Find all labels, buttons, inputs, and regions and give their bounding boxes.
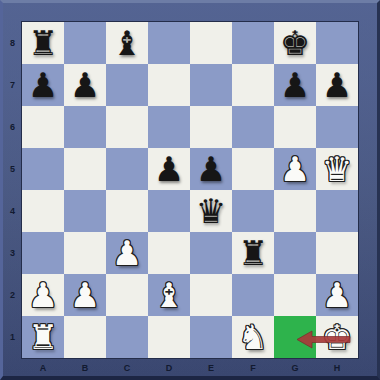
- piece-white-pawn[interactable]: ♟: [28, 274, 58, 316]
- rank-labels: 87654321: [3, 22, 22, 358]
- square-e1[interactable]: [190, 316, 232, 358]
- square-h7[interactable]: ♟: [316, 64, 358, 106]
- square-b2[interactable]: ♟: [64, 274, 106, 316]
- square-d4[interactable]: [148, 190, 190, 232]
- square-h8[interactable]: [316, 22, 358, 64]
- piece-white-pawn[interactable]: ♟: [280, 148, 310, 190]
- rank-label-4: 4: [3, 190, 22, 232]
- piece-black-pawn[interactable]: ♟: [280, 64, 310, 106]
- rank-label-8: 8: [3, 22, 22, 64]
- square-h1[interactable]: ♚: [316, 316, 358, 358]
- square-d3[interactable]: [148, 232, 190, 274]
- square-g7[interactable]: ♟: [274, 64, 316, 106]
- square-d8[interactable]: [148, 22, 190, 64]
- square-c8[interactable]: ♝: [106, 22, 148, 64]
- square-d7[interactable]: [148, 64, 190, 106]
- piece-black-queen[interactable]: ♛: [196, 190, 226, 232]
- square-f8[interactable]: [232, 22, 274, 64]
- square-c7[interactable]: [106, 64, 148, 106]
- piece-white-pawn[interactable]: ♟: [70, 274, 100, 316]
- rank-label-5: 5: [3, 148, 22, 190]
- square-c3[interactable]: ♟: [106, 232, 148, 274]
- square-e5[interactable]: ♟: [190, 148, 232, 190]
- file-label-a: A: [22, 358, 64, 377]
- rank-label-1: 1: [3, 316, 22, 358]
- square-h5[interactable]: ♛: [316, 148, 358, 190]
- square-c5[interactable]: [106, 148, 148, 190]
- square-h6[interactable]: [316, 106, 358, 148]
- square-b3[interactable]: [64, 232, 106, 274]
- square-h4[interactable]: [316, 190, 358, 232]
- square-h3[interactable]: [316, 232, 358, 274]
- square-f7[interactable]: [232, 64, 274, 106]
- file-label-g: G: [274, 358, 316, 377]
- square-g1[interactable]: [274, 316, 316, 358]
- square-e8[interactable]: [190, 22, 232, 64]
- square-f1[interactable]: ♞: [232, 316, 274, 358]
- square-f6[interactable]: [232, 106, 274, 148]
- piece-black-bishop[interactable]: ♝: [112, 22, 142, 64]
- piece-black-pawn[interactable]: ♟: [196, 148, 226, 190]
- square-e6[interactable]: [190, 106, 232, 148]
- square-h2[interactable]: ♟: [316, 274, 358, 316]
- square-e3[interactable]: [190, 232, 232, 274]
- piece-white-pawn[interactable]: ♟: [112, 232, 142, 274]
- square-a3[interactable]: [22, 232, 64, 274]
- square-a6[interactable]: [22, 106, 64, 148]
- square-b7[interactable]: ♟: [64, 64, 106, 106]
- square-a4[interactable]: [22, 190, 64, 232]
- file-labels: ABCDEFGH: [22, 358, 358, 377]
- square-e7[interactable]: [190, 64, 232, 106]
- square-f5[interactable]: [232, 148, 274, 190]
- piece-black-rook[interactable]: ♜: [28, 22, 58, 64]
- piece-black-king[interactable]: ♚: [280, 22, 310, 64]
- file-label-c: C: [106, 358, 148, 377]
- square-g2[interactable]: [274, 274, 316, 316]
- square-f2[interactable]: [232, 274, 274, 316]
- piece-white-bishop[interactable]: ♝: [154, 274, 184, 316]
- square-g5[interactable]: ♟: [274, 148, 316, 190]
- square-f4[interactable]: [232, 190, 274, 232]
- file-label-e: E: [190, 358, 232, 377]
- square-b5[interactable]: [64, 148, 106, 190]
- square-b8[interactable]: [64, 22, 106, 64]
- piece-white-rook[interactable]: ♜: [28, 316, 58, 358]
- piece-white-king[interactable]: ♚: [322, 316, 352, 358]
- square-d5[interactable]: ♟: [148, 148, 190, 190]
- piece-black-pawn[interactable]: ♟: [322, 64, 352, 106]
- square-a5[interactable]: [22, 148, 64, 190]
- piece-black-pawn[interactable]: ♟: [70, 64, 100, 106]
- square-c6[interactable]: [106, 106, 148, 148]
- rank-label-6: 6: [3, 106, 22, 148]
- chess-board-frame: 87654321 ♜♝♚♟♟♟♟♟♟♟♛♛♟♜♟♟♝♟♜♞♚ ABCDEFGH: [0, 0, 380, 380]
- square-e2[interactable]: [190, 274, 232, 316]
- square-e4[interactable]: ♛: [190, 190, 232, 232]
- file-label-b: B: [64, 358, 106, 377]
- square-d6[interactable]: [148, 106, 190, 148]
- file-label-d: D: [148, 358, 190, 377]
- square-c4[interactable]: [106, 190, 148, 232]
- rank-label-7: 7: [3, 64, 22, 106]
- square-b1[interactable]: [64, 316, 106, 358]
- piece-black-pawn[interactable]: ♟: [154, 148, 184, 190]
- piece-white-queen[interactable]: ♛: [322, 148, 352, 190]
- piece-white-pawn[interactable]: ♟: [322, 274, 352, 316]
- board: ♜♝♚♟♟♟♟♟♟♟♛♛♟♜♟♟♝♟♜♞♚: [22, 22, 358, 358]
- square-f3[interactable]: ♜: [232, 232, 274, 274]
- file-label-f: F: [232, 358, 274, 377]
- rank-label-2: 2: [3, 274, 22, 316]
- square-d2[interactable]: ♝: [148, 274, 190, 316]
- file-label-h: H: [316, 358, 358, 377]
- square-g3[interactable]: [274, 232, 316, 274]
- square-g4[interactable]: [274, 190, 316, 232]
- piece-black-rook[interactable]: ♜: [238, 232, 268, 274]
- piece-black-pawn[interactable]: ♟: [28, 64, 58, 106]
- square-d1[interactable]: [148, 316, 190, 358]
- square-a2[interactable]: ♟: [22, 274, 64, 316]
- square-b6[interactable]: [64, 106, 106, 148]
- square-g6[interactable]: [274, 106, 316, 148]
- square-c2[interactable]: [106, 274, 148, 316]
- piece-white-knight[interactable]: ♞: [238, 316, 268, 358]
- square-a7[interactable]: ♟: [22, 64, 64, 106]
- rank-label-3: 3: [3, 232, 22, 274]
- square-c1[interactable]: [106, 316, 148, 358]
- square-a8[interactable]: ♜: [22, 22, 64, 64]
- square-b4[interactable]: [64, 190, 106, 232]
- square-a1[interactable]: ♜: [22, 316, 64, 358]
- square-g8[interactable]: ♚: [274, 22, 316, 64]
